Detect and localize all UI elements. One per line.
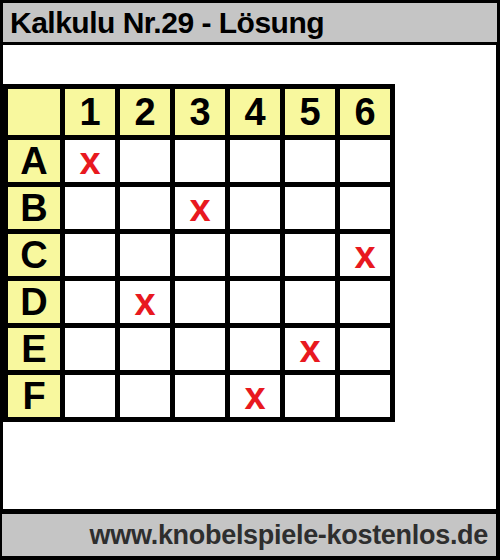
cell-C3 xyxy=(175,234,225,276)
cell-E1 xyxy=(65,328,115,370)
cell-D4 xyxy=(230,281,280,323)
cell-F1 xyxy=(65,375,115,417)
content-area: 123456AxBxCxDxExFx xyxy=(0,45,500,509)
website-url: www.knobelspiele-kostenlos.de xyxy=(90,520,488,551)
cell-D6 xyxy=(340,281,390,323)
title-bar: Kalkulu Nr.29 - Lösung xyxy=(0,0,500,45)
cell-B5 xyxy=(285,187,335,229)
cell-B1 xyxy=(65,187,115,229)
cell-C2 xyxy=(120,234,170,276)
cell-A2 xyxy=(120,140,170,182)
cell-F2 xyxy=(120,375,170,417)
cell-E5-marked: x xyxy=(285,328,335,370)
cell-D5 xyxy=(285,281,335,323)
cell-A5 xyxy=(285,140,335,182)
row-header-E: E xyxy=(8,328,60,370)
cell-D1 xyxy=(65,281,115,323)
cell-A3 xyxy=(175,140,225,182)
cell-A6 xyxy=(340,140,390,182)
column-header-2: 2 xyxy=(120,89,170,135)
cell-C6-marked: x xyxy=(340,234,390,276)
cell-F3 xyxy=(175,375,225,417)
footer-bar: www.knobelspiele-kostenlos.de xyxy=(0,509,500,560)
cell-F4-marked: x xyxy=(230,375,280,417)
cell-F5 xyxy=(285,375,335,417)
cell-B3-marked: x xyxy=(175,187,225,229)
cell-D2-marked: x xyxy=(120,281,170,323)
column-header-5: 5 xyxy=(285,89,335,135)
row-header-F: F xyxy=(8,375,60,417)
cell-C4 xyxy=(230,234,280,276)
column-header-4: 4 xyxy=(230,89,280,135)
row-header-D: D xyxy=(8,281,60,323)
cell-C1 xyxy=(65,234,115,276)
cell-C5 xyxy=(285,234,335,276)
corner-cell xyxy=(8,89,60,135)
page: Kalkulu Nr.29 - Lösung 123456AxBxCxDxExF… xyxy=(0,0,500,560)
cell-B4 xyxy=(230,187,280,229)
cell-F6 xyxy=(340,375,390,417)
cell-B6 xyxy=(340,187,390,229)
cell-E4 xyxy=(230,328,280,370)
row-header-A: A xyxy=(8,140,60,182)
column-header-6: 6 xyxy=(340,89,390,135)
cell-A4 xyxy=(230,140,280,182)
row-header-B: B xyxy=(8,187,60,229)
page-title: Kalkulu Nr.29 - Lösung xyxy=(10,6,324,40)
column-header-1: 1 xyxy=(65,89,115,135)
puzzle-grid: 123456AxBxCxDxExFx xyxy=(3,84,395,422)
cell-D3 xyxy=(175,281,225,323)
cell-A1-marked: x xyxy=(65,140,115,182)
cell-E6 xyxy=(340,328,390,370)
column-header-3: 3 xyxy=(175,89,225,135)
cell-B2 xyxy=(120,187,170,229)
cell-E2 xyxy=(120,328,170,370)
row-header-C: C xyxy=(8,234,60,276)
cell-E3 xyxy=(175,328,225,370)
